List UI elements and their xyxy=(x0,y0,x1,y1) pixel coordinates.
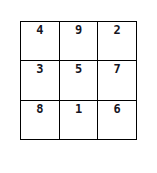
cell-value: 3 xyxy=(36,63,43,75)
cell-r2c1: 1 xyxy=(60,101,98,139)
cell-value: 4 xyxy=(36,24,43,36)
cell-r1c0: 3 xyxy=(21,61,59,99)
cell-r2c2: 6 xyxy=(98,101,136,139)
cell-r1c1: 5 xyxy=(60,61,98,99)
cell-value: 9 xyxy=(75,24,82,36)
cell-r0c2: 2 xyxy=(98,22,136,60)
cell-value: 6 xyxy=(114,103,121,115)
cell-r2c0: 8 xyxy=(21,101,59,139)
cell-r1c2: 7 xyxy=(98,61,136,99)
cell-value: 8 xyxy=(36,103,43,115)
cell-value: 7 xyxy=(114,63,121,75)
magic-square-grid: 4 9 2 3 5 7 8 1 6 xyxy=(20,21,137,140)
cell-value: 2 xyxy=(114,24,121,36)
cell-value: 1 xyxy=(75,103,82,115)
cell-r0c0: 4 xyxy=(21,22,59,60)
cell-r0c1: 9 xyxy=(60,22,98,60)
cell-value: 5 xyxy=(75,63,82,75)
